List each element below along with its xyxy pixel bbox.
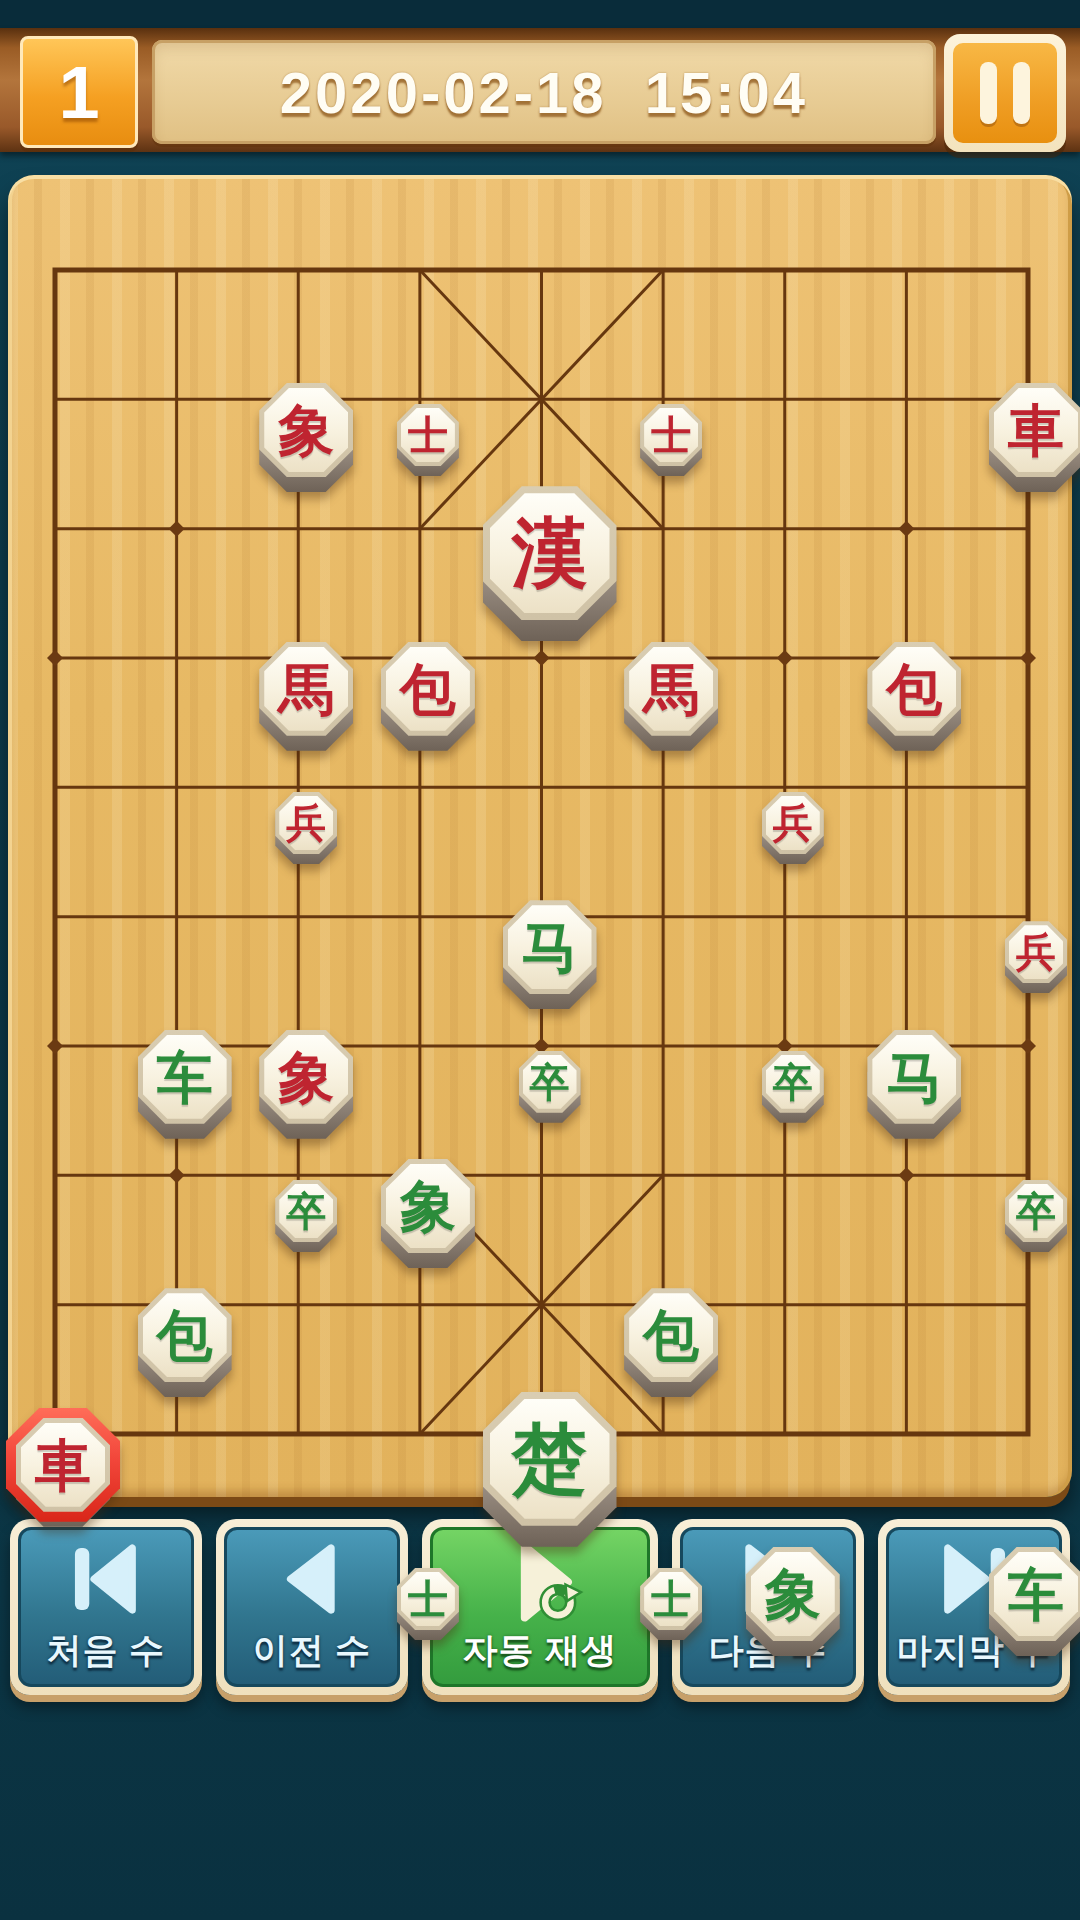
piece-glyph: 卒 xyxy=(1016,1191,1056,1231)
piece-green-elephant[interactable]: 象 xyxy=(746,1547,840,1641)
piece-glyph: 包 xyxy=(400,661,456,717)
piece-green-king-Cho[interactable]: 楚 xyxy=(483,1392,617,1526)
piece-red-chariot[interactable]: 車 xyxy=(989,383,1080,477)
piece-glyph: 馬 xyxy=(278,661,334,717)
piece-glyph: 楚 xyxy=(512,1421,588,1497)
piece-green-soldier[interactable]: 卒 xyxy=(762,1051,824,1113)
piece-glyph: 兵 xyxy=(773,803,813,843)
janggi-replay-screen: 1 2020-02-18 15:04 象士士車漢馬包馬包兵兵马兵车象卒卒马卒象卒… xyxy=(0,0,1080,1920)
piece-green-elephant[interactable]: 象 xyxy=(381,1159,475,1253)
first-move-button[interactable]: 처음 수 xyxy=(10,1519,202,1695)
auto-play-label: 자동 재생 xyxy=(463,1627,618,1674)
piece-green-chariot[interactable]: 车 xyxy=(989,1547,1080,1641)
piece-glyph: 象 xyxy=(765,1566,821,1622)
piece-red-horse[interactable]: 馬 xyxy=(259,642,353,736)
piece-green-horse[interactable]: 马 xyxy=(503,900,597,994)
piece-green-cannon[interactable]: 包 xyxy=(138,1288,232,1382)
piece-red-cannon[interactable]: 包 xyxy=(381,642,475,736)
skip-to-start-icon xyxy=(21,1536,191,1622)
piece-red-advisor[interactable]: 士 xyxy=(397,404,459,466)
piece-green-horse[interactable]: 马 xyxy=(867,1030,961,1124)
piece-glyph: 象 xyxy=(278,1049,334,1105)
piece-red-soldier[interactable]: 兵 xyxy=(1005,921,1067,983)
piece-glyph: 兵 xyxy=(286,803,326,843)
pause-icon xyxy=(953,43,1057,143)
piece-green-soldier[interactable]: 卒 xyxy=(1005,1180,1067,1242)
move-number-badge: 1 xyxy=(20,36,138,148)
piece-glyph: 漢 xyxy=(512,515,588,591)
pause-button[interactable] xyxy=(944,34,1066,152)
piece-glyph: 士 xyxy=(651,1579,691,1619)
piece-green-chariot[interactable]: 车 xyxy=(138,1030,232,1124)
piece-green-soldier[interactable]: 卒 xyxy=(275,1180,337,1242)
piece-red-cannon[interactable]: 包 xyxy=(867,642,961,736)
previous-icon xyxy=(227,1536,397,1622)
piece-glyph: 包 xyxy=(886,661,942,717)
piece-glyph: 車 xyxy=(35,1437,91,1493)
piece-glyph: 車 xyxy=(1008,402,1064,458)
piece-glyph: 馬 xyxy=(643,661,699,717)
piece-glyph: 车 xyxy=(157,1049,213,1105)
previous-move-label: 이전 수 xyxy=(253,1627,372,1674)
top-bar: 1 2020-02-18 15:04 xyxy=(0,28,1080,152)
piece-glyph: 象 xyxy=(400,1178,456,1234)
piece-glyph: 士 xyxy=(408,1579,448,1619)
piece-glyph: 象 xyxy=(278,402,334,458)
piece-glyph: 马 xyxy=(886,1049,942,1105)
piece-glyph: 士 xyxy=(651,415,691,455)
first-move-label: 처음 수 xyxy=(47,1627,166,1674)
piece-glyph: 兵 xyxy=(1016,932,1056,972)
piece-red-elephant[interactable]: 象 xyxy=(259,383,353,477)
piece-glyph: 卒 xyxy=(773,1062,813,1102)
piece-glyph: 车 xyxy=(1008,1566,1064,1622)
piece-green-advisor[interactable]: 士 xyxy=(640,1568,702,1630)
piece-glyph: 士 xyxy=(408,415,448,455)
piece-red-advisor[interactable]: 士 xyxy=(640,404,702,466)
piece-green-soldier[interactable]: 卒 xyxy=(519,1051,581,1113)
previous-move-button[interactable]: 이전 수 xyxy=(216,1519,408,1695)
move-number: 1 xyxy=(58,50,99,135)
piece-red-king-Han[interactable]: 漢 xyxy=(483,486,617,620)
piece-glyph: 卒 xyxy=(530,1062,570,1102)
janggi-board[interactable]: 象士士車漢馬包馬包兵兵马兵车象卒卒马卒象卒包包車楚士士象车 xyxy=(8,175,1072,1497)
piece-red-horse[interactable]: 馬 xyxy=(624,642,718,736)
piece-glyph: 包 xyxy=(643,1307,699,1363)
piece-glyph: 马 xyxy=(522,919,578,975)
auto-play-icon xyxy=(433,1536,647,1628)
game-date-panel: 2020-02-18 15:04 xyxy=(152,40,936,144)
piece-glyph: 包 xyxy=(157,1307,213,1363)
piece-green-cannon[interactable]: 包 xyxy=(624,1288,718,1382)
game-datetime: 2020-02-18 15:04 xyxy=(280,59,808,126)
piece-glyph: 卒 xyxy=(286,1191,326,1231)
piece-red-soldier[interactable]: 兵 xyxy=(762,792,824,854)
piece-red-soldier[interactable]: 兵 xyxy=(275,792,337,854)
piece-red-chariot[interactable]: 車 xyxy=(16,1418,110,1512)
piece-green-advisor[interactable]: 士 xyxy=(397,1568,459,1630)
status-strip xyxy=(0,0,1080,28)
piece-red-elephant[interactable]: 象 xyxy=(259,1030,353,1124)
